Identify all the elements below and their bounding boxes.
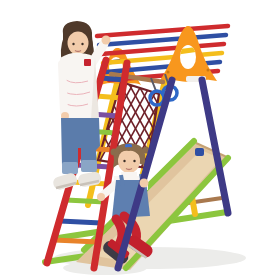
eye <box>123 160 125 162</box>
ladder-rung[interactable] <box>54 240 98 242</box>
eye <box>72 43 74 45</box>
gripping-hand <box>140 179 149 188</box>
right-hand <box>97 193 105 201</box>
left-arm-sleeve <box>62 64 64 112</box>
jeans-cuff <box>81 160 97 172</box>
panel-screw <box>207 69 210 72</box>
raised-hand <box>102 36 111 45</box>
ladder-rung[interactable] <box>60 221 101 223</box>
panel-screw <box>167 71 170 74</box>
product-photo <box>0 0 280 280</box>
slide-bracket <box>195 148 204 156</box>
shirt-red-patch <box>84 59 91 66</box>
dress-strap <box>121 175 123 186</box>
play-gym-scene <box>0 0 280 280</box>
eye <box>81 43 83 45</box>
eye <box>133 160 135 162</box>
jeans-cuff <box>62 162 78 174</box>
